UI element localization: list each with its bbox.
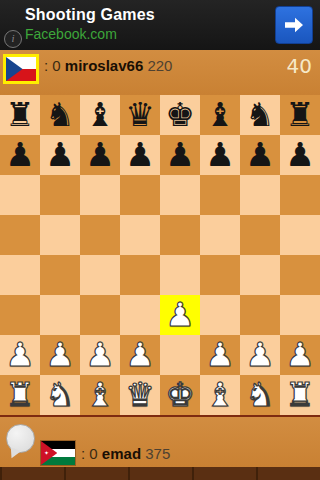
black-pawn: ♟ [80,135,120,175]
jordan-flag-star: ✦ [44,450,49,456]
square-f1[interactable]: ♝ [200,375,240,415]
square-g4[interactable] [240,255,280,295]
square-c1[interactable]: ♝ [80,375,120,415]
square-d6[interactable] [120,175,160,215]
square-a2[interactable]: ♟ [0,335,40,375]
white-pawn: ♟ [280,335,320,375]
black-pawn: ♟ [0,135,40,175]
square-f4[interactable] [200,255,240,295]
black-bishop: ♝ [80,95,120,135]
square-g6[interactable] [240,175,280,215]
square-a3[interactable] [0,295,40,335]
white-pawn: ♟ [240,335,280,375]
top-player-name: miroslav66 [65,57,143,74]
ad-banner[interactable]: Shooting Games Facebook.com i [0,0,320,50]
black-pawn: ♟ [160,135,200,175]
square-e3[interactable]: ♟ [160,295,200,335]
black-pawn: ♟ [240,135,280,175]
square-h6[interactable] [280,175,320,215]
black-king: ♚ [160,95,200,135]
black-rook: ♜ [280,95,320,135]
square-g5[interactable] [240,215,280,255]
black-rook: ♜ [0,95,40,135]
white-knight: ♞ [240,375,280,415]
black-queen: ♛ [120,95,160,135]
square-b8[interactable]: ♞ [40,95,80,135]
bottom-player-score: : 0 [81,445,98,462]
square-f2[interactable]: ♟ [200,335,240,375]
bottom-player-info: : 0 emad 375 [81,445,170,462]
square-a6[interactable] [0,175,40,215]
square-e1[interactable]: ♚ [160,375,200,415]
square-d7[interactable]: ♟ [120,135,160,175]
square-h7[interactable]: ♟ [280,135,320,175]
jordan-flag: ✦ [41,441,75,465]
ad-cta-button[interactable] [275,6,313,44]
square-e7[interactable]: ♟ [160,135,200,175]
arrow-right-icon [282,13,306,37]
square-f8[interactable]: ♝ [200,95,240,135]
square-b5[interactable] [40,215,80,255]
czech-flag [3,54,39,84]
square-a4[interactable] [0,255,40,295]
white-pawn: ♟ [40,335,80,375]
czech-flag-triangle [6,57,23,81]
chess-board: ♜♞♝♛♚♝♞♜♟♟♟♟♟♟♟♟♟♟♟♟♟♟♟♟♜♞♝♛♚♝♞♜ [0,95,320,417]
ad-title: Shooting Games [25,6,155,24]
square-d8[interactable]: ♛ [120,95,160,135]
square-e5[interactable] [160,215,200,255]
square-g3[interactable] [240,295,280,335]
square-d5[interactable] [120,215,160,255]
square-b6[interactable] [40,175,80,215]
square-c5[interactable] [80,215,120,255]
top-player-bar: : 0 miroslav66 220 40 [0,50,320,95]
square-h2[interactable]: ♟ [280,335,320,375]
square-h5[interactable] [280,215,320,255]
white-king: ♚ [160,375,200,415]
square-d1[interactable]: ♛ [120,375,160,415]
black-knight: ♞ [40,95,80,135]
square-a5[interactable] [0,215,40,255]
square-d3[interactable] [120,295,160,335]
square-a8[interactable]: ♜ [0,95,40,135]
white-knight: ♞ [40,375,80,415]
white-queen: ♛ [120,375,160,415]
square-f6[interactable] [200,175,240,215]
white-pawn: ♟ [160,295,200,335]
square-a7[interactable]: ♟ [0,135,40,175]
square-g8[interactable]: ♞ [240,95,280,135]
app-screen: Shooting Games Facebook.com i : 0 mirosl… [0,0,320,480]
bottom-player-bar: ✦ : 0 emad 375 [0,417,320,467]
square-g2[interactable]: ♟ [240,335,280,375]
top-player-info: : 0 miroslav66 220 [44,57,172,74]
ad-info-icon[interactable]: i [4,30,22,48]
square-h3[interactable] [280,295,320,335]
top-player-rating: 220 [147,57,172,74]
square-e6[interactable] [160,175,200,215]
white-rook: ♜ [0,375,40,415]
wood-background [0,467,320,480]
square-h1[interactable]: ♜ [280,375,320,415]
ad-domain: Facebook.com [25,26,117,42]
square-c2[interactable]: ♟ [80,335,120,375]
square-h8[interactable]: ♜ [280,95,320,135]
square-e8[interactable]: ♚ [160,95,200,135]
square-b3[interactable] [40,295,80,335]
square-b2[interactable]: ♟ [40,335,80,375]
white-pawn: ♟ [200,335,240,375]
square-g7[interactable]: ♟ [240,135,280,175]
square-b1[interactable]: ♞ [40,375,80,415]
square-h4[interactable] [280,255,320,295]
white-bishop: ♝ [80,375,120,415]
square-a1[interactable]: ♜ [0,375,40,415]
white-pawn: ♟ [80,335,120,375]
square-e4[interactable] [160,255,200,295]
chat-bubble-tail [8,448,22,461]
square-c3[interactable] [80,295,120,335]
square-f7[interactable]: ♟ [200,135,240,175]
white-pawn: ♟ [120,335,160,375]
white-pawn: ♟ [0,335,40,375]
square-d4[interactable] [120,255,160,295]
black-pawn: ♟ [120,135,160,175]
square-g1[interactable]: ♞ [240,375,280,415]
top-player-score: : 0 [44,57,61,74]
black-pawn: ♟ [280,135,320,175]
square-f5[interactable] [200,215,240,255]
white-bishop: ♝ [200,375,240,415]
square-c7[interactable]: ♟ [80,135,120,175]
square-b4[interactable] [40,255,80,295]
czech-flag-image [6,57,36,81]
black-pawn: ♟ [40,135,80,175]
bottom-player-rating: 375 [145,445,170,462]
square-d2[interactable]: ♟ [120,335,160,375]
square-c6[interactable] [80,175,120,215]
square-e2[interactable] [160,335,200,375]
black-pawn: ♟ [200,135,240,175]
square-f3[interactable] [200,295,240,335]
black-bishop: ♝ [200,95,240,135]
white-rook: ♜ [280,375,320,415]
bottom-player-name: emad [102,445,141,462]
move-timer: 40 [287,54,312,78]
square-b7[interactable]: ♟ [40,135,80,175]
square-c4[interactable] [80,255,120,295]
black-knight: ♞ [240,95,280,135]
chat-button[interactable] [6,424,35,453]
square-c8[interactable]: ♝ [80,95,120,135]
